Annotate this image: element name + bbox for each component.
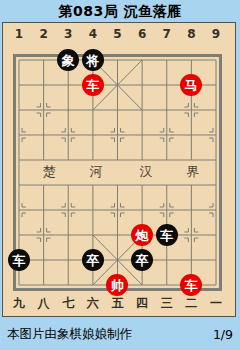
piece-black-elephant: 象: [57, 49, 79, 71]
board-panel: 123456789 象将车马炮车车卒卒帅车 九八七六五四三二一 楚河汉界: [2, 22, 236, 317]
piece-black-chariot: 车: [156, 224, 178, 246]
piece-red-general: 帅: [106, 274, 128, 296]
piece-black-pawn: 卒: [131, 249, 153, 271]
pieces-layer: 象将车马炮车车卒卒帅车: [7, 48, 229, 298]
page-title: 第083局 沉鱼落雁: [0, 3, 240, 21]
screen: 第083局 沉鱼落雁 123456789 象将车马炮车车卒卒帅车 九八七六五四三…: [0, 0, 240, 350]
piece-red-chariot: 车: [180, 274, 202, 296]
piece-red-cannon: 炮: [131, 224, 153, 246]
page-indicator: 1/9: [213, 327, 233, 342]
piece-black-general: 将: [82, 49, 104, 71]
piece-black-chariot: 车: [8, 249, 30, 271]
credit-text: 本图片由象棋娘娘制作: [7, 326, 132, 343]
piece-black-pawn: 卒: [82, 249, 104, 271]
piece-red-chariot: 车: [82, 74, 104, 96]
footer: 本图片由象棋娘娘制作 1/9: [0, 318, 240, 350]
piece-red-horse: 马: [180, 74, 202, 96]
